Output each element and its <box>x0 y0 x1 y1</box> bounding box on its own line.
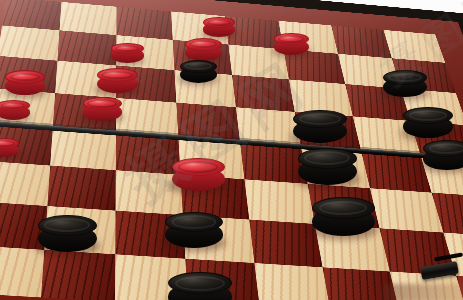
square-r5c0[interactable] <box>0 161 50 206</box>
black-checker[interactable] <box>423 140 463 170</box>
red-checker[interactable] <box>203 17 235 37</box>
black-checker-top <box>423 140 463 157</box>
frame-reflection <box>383 284 463 300</box>
square-r7c1[interactable] <box>41 250 115 300</box>
red-checker[interactable] <box>97 68 138 93</box>
red-checker-top <box>5 70 45 84</box>
red-checker-top <box>97 68 138 82</box>
black-checker[interactable] <box>312 197 375 236</box>
black-checker-top <box>165 212 223 232</box>
black-checker-top <box>180 60 217 73</box>
red-checker[interactable] <box>274 33 309 55</box>
red-checker[interactable] <box>0 100 30 120</box>
red-checker[interactable] <box>5 70 45 95</box>
black-checker[interactable] <box>293 110 347 143</box>
square-r7c0[interactable] <box>0 245 44 297</box>
square-r7c4[interactable] <box>254 263 331 300</box>
black-checker[interactable] <box>298 148 357 185</box>
red-checker[interactable] <box>83 97 122 121</box>
red-checker[interactable] <box>0 138 19 157</box>
red-checker-top <box>274 33 309 45</box>
black-checker[interactable] <box>383 70 427 97</box>
red-checker[interactable] <box>111 43 144 63</box>
black-checker[interactable] <box>165 212 223 248</box>
black-checker[interactable] <box>168 272 232 300</box>
red-checker[interactable] <box>172 158 225 191</box>
red-checker[interactable] <box>185 38 222 61</box>
black-checker-top <box>38 215 97 236</box>
square-r1c1[interactable] <box>57 30 116 65</box>
square-r1c0[interactable] <box>0 25 59 60</box>
black-checker[interactable] <box>403 107 453 138</box>
red-checker-top <box>111 43 144 54</box>
photo-stage: 摄图网 摄图网 <box>0 0 463 300</box>
black-checker-top <box>312 197 375 219</box>
red-checker-top <box>185 38 222 51</box>
black-checker[interactable] <box>180 60 217 83</box>
black-checker[interactable] <box>38 215 97 252</box>
black-checker-top <box>383 70 427 85</box>
square-r2c4[interactable] <box>232 75 295 112</box>
black-checker-top <box>298 148 357 169</box>
square-r5c1[interactable] <box>47 166 115 211</box>
